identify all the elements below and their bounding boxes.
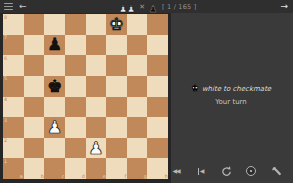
black-pawn[interactable]: ♟ [44, 35, 65, 56]
board-frame: 8♚7♟65♚43♟2♟1abcdefgh [0, 13, 171, 183]
square-g2[interactable] [127, 138, 148, 159]
square-d6[interactable] [65, 55, 86, 76]
square-h6[interactable] [147, 55, 168, 76]
square-b7[interactable] [24, 35, 45, 56]
back-arrow-icon[interactable]: ← [19, 0, 27, 13]
square-a4[interactable]: 4 [3, 97, 24, 118]
rank-label-2: 2 [4, 138, 7, 143]
square-a3[interactable]: 3 [3, 117, 24, 138]
square-g8[interactable] [127, 14, 148, 35]
square-c4[interactable] [44, 97, 65, 118]
rank-label-8: 8 [4, 15, 7, 20]
square-d1[interactable]: d [65, 158, 86, 179]
square-h8[interactable] [147, 14, 168, 35]
tools-icon[interactable] [268, 163, 284, 179]
square-f8[interactable]: ♚ [106, 14, 127, 35]
rank-label-1: 1 [4, 159, 7, 164]
black-king[interactable]: ♚ [44, 76, 65, 97]
square-e6[interactable] [86, 55, 107, 76]
square-b4[interactable] [24, 97, 45, 118]
square-b5[interactable] [24, 76, 45, 97]
square-a1[interactable]: 1a [3, 158, 24, 179]
square-g4[interactable] [127, 97, 148, 118]
square-f6[interactable] [106, 55, 127, 76]
square-g1[interactable]: g [127, 158, 148, 179]
rank-label-5: 5 [4, 76, 7, 81]
turn-status: Your turn [171, 98, 291, 106]
white-pawn[interactable]: ♟ [44, 117, 65, 138]
menu-icon[interactable] [4, 3, 13, 10]
square-h1[interactable]: h [147, 158, 168, 179]
rank-label-6: 6 [4, 56, 7, 61]
square-f3[interactable] [106, 117, 127, 138]
square-e1[interactable]: e [86, 158, 107, 179]
square-b2[interactable] [24, 138, 45, 159]
square-d8[interactable] [65, 14, 86, 35]
top-bar: ← ♟♟ ✕ ♟ [ 1 / 165 ] → [0, 0, 293, 13]
chess-board[interactable]: 8♚7♟65♚43♟2♟1abcdefgh [3, 14, 168, 179]
multiply-icon: ✕ [139, 3, 145, 11]
square-e4[interactable] [86, 97, 107, 118]
control-bar: ◀◀◀ [168, 163, 284, 179]
square-e5[interactable] [86, 76, 107, 97]
forward-arrow-icon[interactable]: → [280, 0, 288, 13]
material-display: ♟♟ ✕ ♟ [ 1 / 165 ] [119, 0, 196, 13]
retry-icon[interactable] [218, 163, 234, 179]
app-window: ← ♟♟ ✕ ♟ [ 1 / 165 ] → 8♚7♟65♚43♟2♟1abcd… [0, 0, 293, 183]
square-h2[interactable] [147, 138, 168, 159]
white-king[interactable]: ♚ [106, 14, 127, 35]
rewind-icon[interactable]: ◀◀ [168, 163, 184, 179]
hint-icon[interactable] [243, 163, 259, 179]
square-a5[interactable]: 5 [3, 76, 24, 97]
square-d3[interactable] [65, 117, 86, 138]
square-c8[interactable] [44, 14, 65, 35]
square-d5[interactable] [65, 76, 86, 97]
square-d2[interactable] [65, 138, 86, 159]
square-f1[interactable]: f [106, 158, 127, 179]
square-c1[interactable]: c [44, 158, 65, 179]
square-c2[interactable] [44, 138, 65, 159]
square-f7[interactable] [106, 35, 127, 56]
square-a7[interactable]: 7 [3, 35, 24, 56]
square-f2[interactable] [106, 138, 127, 159]
white-pawn[interactable]: ♟ [86, 138, 107, 159]
white-king-icon: ♚ [191, 84, 199, 93]
puzzle-counter: [ 1 / 165 ] [162, 3, 196, 11]
square-b8[interactable] [24, 14, 45, 35]
square-d7[interactable] [65, 35, 86, 56]
skip-to-start-icon[interactable]: ◀ [193, 163, 209, 179]
square-c7[interactable]: ♟ [44, 35, 65, 56]
square-d4[interactable] [65, 97, 86, 118]
square-a6[interactable]: 6 [3, 55, 24, 76]
square-h3[interactable] [147, 117, 168, 138]
square-e3[interactable] [86, 117, 107, 138]
square-f4[interactable] [106, 97, 127, 118]
goal-text: white to checkmate [202, 85, 271, 93]
rank-label-4: 4 [4, 97, 7, 102]
square-e8[interactable] [86, 14, 107, 35]
square-c5[interactable]: ♚ [44, 76, 65, 97]
rank-label-3: 3 [4, 118, 7, 123]
square-f5[interactable] [106, 76, 127, 97]
square-c6[interactable] [44, 55, 65, 76]
square-b6[interactable] [24, 55, 45, 76]
square-b1[interactable]: b [24, 158, 45, 179]
square-g5[interactable] [127, 76, 148, 97]
square-e2[interactable]: ♟ [86, 138, 107, 159]
square-a8[interactable]: 8 [3, 14, 24, 35]
rank-label-7: 7 [4, 35, 7, 40]
square-h7[interactable] [147, 35, 168, 56]
square-b3[interactable] [24, 117, 45, 138]
square-e7[interactable] [86, 35, 107, 56]
puzzle-goal: ♚ white to checkmate [171, 84, 291, 93]
square-c3[interactable]: ♟ [44, 117, 65, 138]
square-h5[interactable] [147, 76, 168, 97]
square-h4[interactable] [147, 97, 168, 118]
square-g3[interactable] [127, 117, 148, 138]
square-g6[interactable] [127, 55, 148, 76]
square-g7[interactable] [127, 35, 148, 56]
square-a2[interactable]: 2 [3, 138, 24, 159]
